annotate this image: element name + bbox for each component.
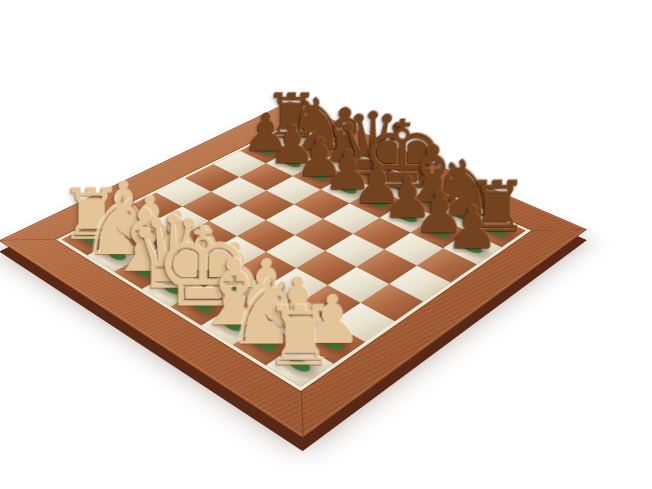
frame-miter-seam: [301, 390, 304, 437]
playing-field: ♜♞♝♛♚♝♞♜♟♟♟♟♟♟♟♟♟♟♟♟♟♟♟♟♜♞♝♛♚♝♞♜: [56, 123, 531, 391]
square-h7[interactable]: ♟: [443, 232, 502, 265]
perspective-scene: ♜♞♝♛♚♝♞♜♟♟♟♟♟♟♟♟♟♟♟♟♟♟♟♟♜♞♝♛♚♝♞♜: [0, 0, 652, 489]
square-h1[interactable]: ♜: [266, 343, 334, 386]
chess-board: ♜♞♝♛♚♝♞♜♟♟♟♟♟♟♟♟♟♟♟♟♟♟♟♟♜♞♝♛♚♝♞♜: [0, 101, 587, 437]
board-frame: ♜♞♝♛♚♝♞♜♟♟♟♟♟♟♟♟♟♟♟♟♟♟♟♟♜♞♝♛♚♝♞♜: [0, 101, 587, 437]
black-pawn[interactable]: ♟: [401, 198, 543, 257]
white-rook[interactable]: ♜: [218, 295, 381, 377]
product-photo-stage: ♜♞♝♛♚♝♞♜♟♟♟♟♟♟♟♟♟♟♟♟♟♟♟♟♜♞♝♛♚♝♞♜: [0, 0, 652, 489]
